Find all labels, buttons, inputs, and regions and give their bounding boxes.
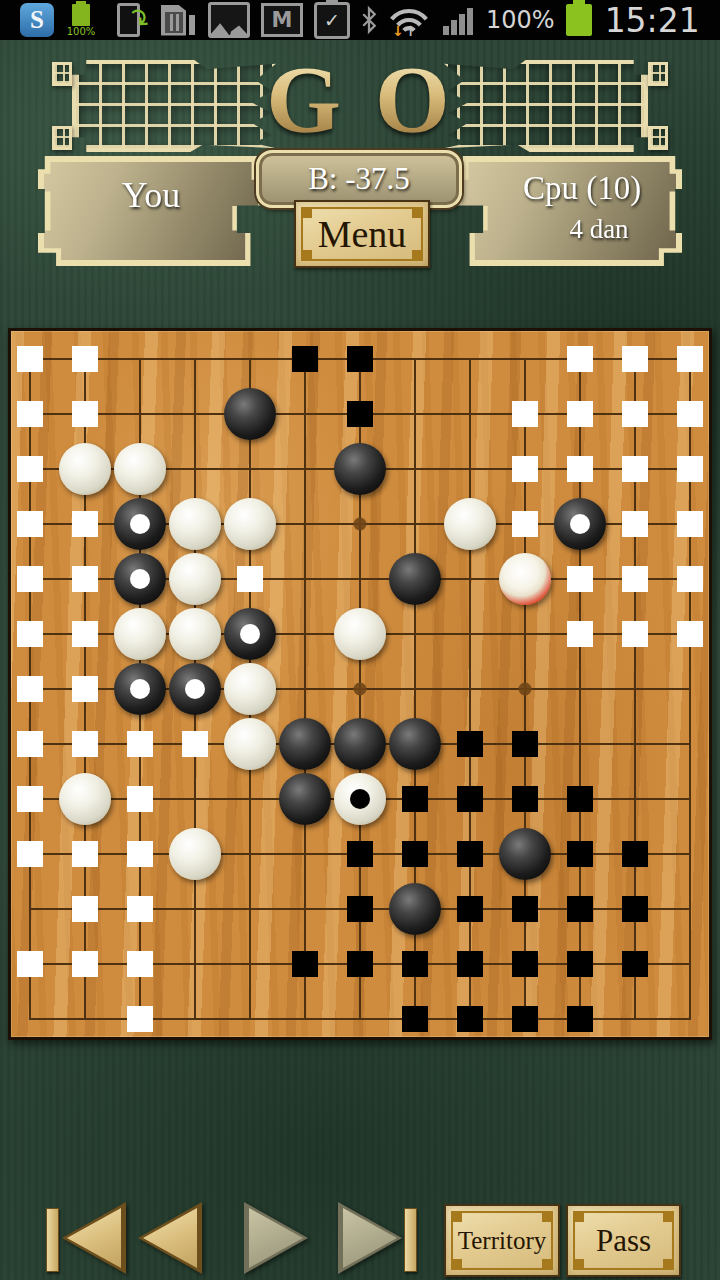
white-territory-marker (17, 786, 43, 812)
signal-strength-icon (441, 5, 475, 35)
black-stone (279, 773, 331, 825)
white-territory-marker (72, 731, 98, 757)
go-board[interactable] (8, 328, 712, 1040)
hoshi-point (354, 518, 367, 531)
white-territory-marker (72, 566, 98, 592)
page-title: GO (0, 44, 720, 155)
black-territory-marker (457, 731, 483, 757)
black-territory-marker (512, 1006, 538, 1032)
nav-first-bar[interactable] (46, 1208, 59, 1272)
white-stone (59, 443, 111, 495)
dead-black-stone (114, 553, 166, 605)
nav-last-bar[interactable] (404, 1208, 417, 1272)
black-territory-marker (622, 896, 648, 922)
dead-marker-white-dot (240, 624, 260, 644)
white-territory-marker (512, 401, 538, 427)
dead-marker-white-dot (570, 514, 590, 534)
white-territory-marker (127, 951, 153, 977)
white-stone (224, 718, 276, 770)
score-estimate-value: B: -37.5 (308, 161, 410, 197)
battery-charge-icon: 100% (65, 4, 97, 37)
dead-black-stone (554, 498, 606, 550)
white-territory-marker (512, 511, 538, 537)
black-territory-marker (402, 951, 428, 977)
dead-black-stone (224, 608, 276, 660)
white-stone (169, 608, 221, 660)
white-territory-marker (72, 676, 98, 702)
white-territory-marker (622, 566, 648, 592)
black-territory-marker (512, 731, 538, 757)
white-territory-marker (72, 951, 98, 977)
black-territory-marker (512, 896, 538, 922)
wifi-icon: ↓↑ (388, 3, 430, 37)
battery-icon (566, 4, 592, 36)
clock: 15:21 (605, 1, 700, 40)
white-stone (114, 443, 166, 495)
battery-glyph (72, 4, 90, 26)
black-territory-marker (402, 1006, 428, 1032)
white-territory-marker (72, 621, 98, 647)
dead-black-stone (169, 663, 221, 715)
nav-first-button[interactable] (62, 1202, 126, 1274)
black-territory-marker (347, 401, 373, 427)
right-player-rank: 4 dan (456, 214, 682, 245)
hoshi-point (519, 683, 532, 696)
skype-icon: S (20, 3, 54, 37)
black-territory-marker (567, 786, 593, 812)
black-stone (499, 828, 551, 880)
white-territory-marker (677, 346, 703, 372)
dead-black-stone (114, 498, 166, 550)
white-territory-marker (622, 401, 648, 427)
black-territory-marker (512, 951, 538, 977)
white-territory-marker (677, 401, 703, 427)
black-stone (224, 388, 276, 440)
white-stone (224, 498, 276, 550)
black-territory-marker (457, 951, 483, 977)
black-territory-marker (347, 841, 373, 867)
black-stone (389, 553, 441, 605)
white-territory-marker (127, 731, 153, 757)
white-territory-marker (127, 786, 153, 812)
white-territory-marker (127, 896, 153, 922)
hoshi-point (354, 683, 367, 696)
white-stone (169, 553, 221, 605)
white-territory-marker (17, 566, 43, 592)
app-screen: S 100% ↷ M ✓ ↓↑ 100% 15:21 (0, 0, 720, 1280)
black-stone (279, 718, 331, 770)
black-territory-marker (567, 951, 593, 977)
battery-percent-label: 100% (486, 6, 555, 34)
black-territory-marker (567, 841, 593, 867)
black-territory-marker (292, 951, 318, 977)
bluetooth-icon (361, 5, 377, 35)
last-move-white-stone (499, 553, 551, 605)
gmail-icon: M (261, 3, 303, 37)
black-territory-marker (457, 1006, 483, 1032)
black-stone (389, 718, 441, 770)
status-bar: S 100% ↷ M ✓ ↓↑ 100% 15:21 (0, 0, 720, 40)
black-territory-marker (402, 786, 428, 812)
white-territory-marker (567, 401, 593, 427)
white-territory-marker (622, 511, 648, 537)
nav-previous-button[interactable] (138, 1202, 202, 1274)
black-stone (389, 883, 441, 935)
black-territory-marker (567, 896, 593, 922)
white-territory-marker (17, 676, 43, 702)
sim-card-icon (159, 3, 197, 37)
white-stone (444, 498, 496, 550)
white-territory-marker (622, 456, 648, 482)
white-stone (114, 608, 166, 660)
black-stone (334, 443, 386, 495)
black-territory-marker (347, 896, 373, 922)
dead-black-stone (114, 663, 166, 715)
black-territory-marker (292, 346, 318, 372)
black-territory-marker (622, 951, 648, 977)
white-territory-marker (72, 346, 98, 372)
white-territory-marker (17, 841, 43, 867)
menu-button[interactable]: Menu (294, 200, 430, 268)
nav-last-button[interactable] (338, 1202, 402, 1274)
white-stone (169, 498, 221, 550)
white-territory-marker (237, 566, 263, 592)
nav-next-button[interactable] (244, 1202, 308, 1274)
white-territory-marker (17, 401, 43, 427)
white-territory-marker (127, 841, 153, 867)
white-stone (224, 663, 276, 715)
right-player-name: Cpu (10) (456, 170, 682, 207)
white-stone (334, 608, 386, 660)
player-plate-right: Cpu (10) 4 dan (456, 156, 682, 266)
player-plate-left: You (38, 156, 264, 266)
white-stone (169, 828, 221, 880)
white-territory-marker (677, 621, 703, 647)
black-territory-marker (457, 841, 483, 867)
white-territory-marker (567, 621, 593, 647)
black-territory-marker (567, 1006, 593, 1032)
dead-marker-black-dot (350, 789, 370, 809)
white-territory-marker (622, 621, 648, 647)
black-stone (334, 718, 386, 770)
white-territory-marker (567, 346, 593, 372)
dead-white-stone (334, 773, 386, 825)
white-territory-marker (17, 346, 43, 372)
black-territory-marker (347, 346, 373, 372)
white-territory-marker (677, 511, 703, 537)
black-territory-marker (512, 786, 538, 812)
white-territory-marker (127, 1006, 153, 1032)
white-territory-marker (72, 401, 98, 427)
white-territory-marker (182, 731, 208, 757)
white-territory-marker (17, 621, 43, 647)
black-territory-marker (347, 951, 373, 977)
dead-marker-white-dot (130, 514, 150, 534)
white-territory-marker (17, 951, 43, 977)
white-territory-marker (677, 456, 703, 482)
white-territory-marker (17, 511, 43, 537)
black-territory-marker (457, 896, 483, 922)
white-territory-marker (677, 566, 703, 592)
dead-marker-white-dot (185, 679, 205, 699)
white-territory-marker (622, 346, 648, 372)
white-territory-marker (17, 731, 43, 757)
pass-button[interactable]: Pass (566, 1204, 681, 1277)
territory-button[interactable]: Territory (444, 1204, 560, 1277)
dead-marker-white-dot (130, 679, 150, 699)
black-territory-marker (457, 786, 483, 812)
gallery-icon (208, 2, 250, 38)
white-territory-marker (17, 456, 43, 482)
white-territory-marker (72, 841, 98, 867)
task-check-icon: ✓ (314, 2, 350, 39)
white-territory-marker (567, 456, 593, 482)
battery-charge-label: 100% (67, 26, 96, 37)
white-stone (59, 773, 111, 825)
black-territory-marker (402, 841, 428, 867)
screen-rotation-icon: ↷ (108, 3, 148, 37)
black-territory-marker (622, 841, 648, 867)
white-territory-marker (567, 566, 593, 592)
white-territory-marker (72, 896, 98, 922)
white-territory-marker (512, 456, 538, 482)
white-territory-marker (72, 511, 98, 537)
left-player-name: You (38, 174, 264, 216)
dead-marker-white-dot (130, 569, 150, 589)
